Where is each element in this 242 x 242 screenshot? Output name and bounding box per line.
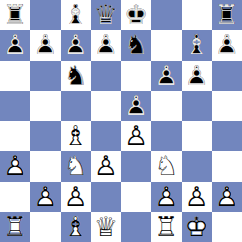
square-e2[interactable]	[121, 182, 151, 212]
square-g8[interactable]	[182, 0, 212, 30]
black-pawn-outline: ♙	[215, 30, 239, 60]
square-d5[interactable]	[91, 91, 121, 121]
piece-black-rook[interactable]: ♜♖	[0, 0, 30, 30]
white-pawn-outline: ♙	[33, 182, 57, 212]
piece-white-pawn[interactable]: ♟♙	[212, 182, 242, 212]
black-rook-outline: ♖	[3, 0, 27, 30]
square-a3[interactable]: ♟♙	[0, 151, 30, 181]
square-b5[interactable]	[30, 91, 60, 121]
square-a8[interactable]: ♜♖	[0, 0, 30, 30]
square-a1[interactable]: ♜♖	[0, 212, 30, 242]
square-h4[interactable]	[212, 121, 242, 151]
square-f3[interactable]: ♞♘	[151, 151, 181, 181]
piece-white-knight[interactable]: ♞♘	[61, 151, 91, 181]
piece-white-bishop[interactable]: ♝♗	[61, 212, 91, 242]
black-knight-outline: ♘	[64, 61, 88, 91]
white-knight-outline: ♘	[64, 151, 88, 181]
square-f7[interactable]	[151, 30, 181, 60]
square-d4[interactable]	[91, 121, 121, 151]
black-pawn-outline: ♙	[64, 30, 88, 60]
piece-black-pawn[interactable]: ♟♙	[30, 30, 60, 60]
square-c4[interactable]: ♝♗	[61, 121, 91, 151]
piece-black-rook[interactable]: ♜♖	[212, 0, 242, 30]
white-pawn-outline: ♙	[154, 182, 178, 212]
square-f1[interactable]: ♜♖	[151, 212, 181, 242]
piece-white-bishop[interactable]: ♝♗	[61, 121, 91, 151]
white-pawn-outline: ♙	[94, 151, 118, 181]
square-g2[interactable]: ♟♙	[182, 182, 212, 212]
black-pawn-outline: ♙	[185, 61, 209, 91]
piece-black-bishop[interactable]: ♝♗	[182, 30, 212, 60]
piece-black-pawn[interactable]: ♟♙	[151, 61, 181, 91]
piece-black-king[interactable]: ♚♔	[121, 0, 151, 30]
black-pawn-outline: ♙	[94, 30, 118, 60]
piece-white-queen[interactable]: ♛♕	[91, 212, 121, 242]
square-a4[interactable]	[0, 121, 30, 151]
white-pawn-outline: ♙	[185, 182, 209, 212]
square-h5[interactable]	[212, 91, 242, 121]
black-bishop-outline: ♗	[185, 30, 209, 60]
white-queen-outline: ♕	[94, 212, 118, 242]
white-bishop-outline: ♗	[64, 121, 88, 151]
square-d8[interactable]: ♛♕	[91, 0, 121, 30]
square-g4[interactable]	[182, 121, 212, 151]
piece-black-queen[interactable]: ♛♕	[91, 0, 121, 30]
chess-board: ♜♖♝♗♛♕♚♔♜♖♟♙♟♙♟♙♟♙♞♘♝♗♟♙♞♘♟♙♟♙♟♙♝♗♟♙♟♙♞♘…	[0, 0, 242, 242]
white-rook-outline: ♖	[3, 212, 27, 242]
square-e4[interactable]: ♟♙	[121, 121, 151, 151]
square-d7[interactable]: ♟♙	[91, 30, 121, 60]
square-e6[interactable]	[121, 61, 151, 91]
square-g7[interactable]: ♝♗	[182, 30, 212, 60]
piece-black-pawn[interactable]: ♟♙	[91, 30, 121, 60]
square-g5[interactable]	[182, 91, 212, 121]
white-pawn-outline: ♙	[215, 182, 239, 212]
white-pawn-outline: ♙	[3, 151, 27, 181]
piece-white-pawn[interactable]: ♟♙	[30, 182, 60, 212]
square-e1[interactable]	[121, 212, 151, 242]
square-e5[interactable]: ♟♙	[121, 91, 151, 121]
square-d2[interactable]	[91, 182, 121, 212]
square-h8[interactable]: ♜♖	[212, 0, 242, 30]
square-h7[interactable]: ♟♙	[212, 30, 242, 60]
white-bishop-outline: ♗	[64, 212, 88, 242]
piece-white-king[interactable]: ♚♔	[182, 212, 212, 242]
square-h2[interactable]: ♟♙	[212, 182, 242, 212]
black-bishop-outline: ♗	[64, 0, 88, 30]
square-c7[interactable]: ♟♙	[61, 30, 91, 60]
white-knight-outline: ♘	[154, 151, 178, 181]
piece-white-rook[interactable]: ♜♖	[0, 212, 30, 242]
square-a6[interactable]	[0, 61, 30, 91]
square-d1[interactable]: ♛♕	[91, 212, 121, 242]
black-rook-outline: ♖	[215, 0, 239, 30]
square-c1[interactable]: ♝♗	[61, 212, 91, 242]
square-f2[interactable]: ♟♙	[151, 182, 181, 212]
piece-white-pawn[interactable]: ♟♙	[182, 182, 212, 212]
square-b8[interactable]	[30, 0, 60, 30]
black-pawn-outline: ♙	[154, 61, 178, 91]
square-h6[interactable]	[212, 61, 242, 91]
square-h3[interactable]	[212, 151, 242, 181]
black-pawn-outline: ♙	[3, 30, 27, 60]
square-a2[interactable]	[0, 182, 30, 212]
square-b4[interactable]	[30, 121, 60, 151]
square-f6[interactable]: ♟♙	[151, 61, 181, 91]
white-pawn-outline: ♙	[124, 121, 148, 151]
piece-black-pawn[interactable]: ♟♙	[182, 61, 212, 91]
black-king-outline: ♔	[124, 0, 148, 30]
piece-white-pawn[interactable]: ♟♙	[121, 121, 151, 151]
square-b3[interactable]	[30, 151, 60, 181]
piece-white-knight[interactable]: ♞♘	[151, 151, 181, 181]
piece-black-pawn[interactable]: ♟♙	[121, 91, 151, 121]
piece-white-pawn[interactable]: ♟♙	[91, 151, 121, 181]
square-g6[interactable]: ♟♙	[182, 61, 212, 91]
square-d6[interactable]	[91, 61, 121, 91]
black-queen-outline: ♕	[94, 0, 118, 30]
black-pawn-outline: ♙	[33, 30, 57, 60]
square-f5[interactable]	[151, 91, 181, 121]
square-g3[interactable]	[182, 151, 212, 181]
square-e3[interactable]	[121, 151, 151, 181]
black-pawn-outline: ♙	[124, 91, 148, 121]
piece-black-pawn[interactable]: ♟♙	[0, 30, 30, 60]
square-d3[interactable]: ♟♙	[91, 151, 121, 181]
piece-white-pawn[interactable]: ♟♙	[61, 182, 91, 212]
square-c2[interactable]: ♟♙	[61, 182, 91, 212]
black-knight-outline: ♘	[124, 30, 148, 60]
piece-black-knight[interactable]: ♞♘	[121, 30, 151, 60]
square-b1[interactable]	[30, 212, 60, 242]
square-c6[interactable]: ♞♘	[61, 61, 91, 91]
piece-white-pawn[interactable]: ♟♙	[151, 182, 181, 212]
square-h1[interactable]	[212, 212, 242, 242]
white-king-outline: ♔	[185, 212, 209, 242]
square-e8[interactable]: ♚♔	[121, 0, 151, 30]
piece-black-pawn[interactable]: ♟♙	[212, 30, 242, 60]
piece-black-pawn[interactable]: ♟♙	[61, 30, 91, 60]
square-c5[interactable]	[61, 91, 91, 121]
square-b2[interactable]: ♟♙	[30, 182, 60, 212]
square-b6[interactable]	[30, 61, 60, 91]
piece-black-bishop[interactable]: ♝♗	[61, 0, 91, 30]
square-f8[interactable]	[151, 0, 181, 30]
square-a5[interactable]	[0, 91, 30, 121]
square-e7[interactable]: ♞♘	[121, 30, 151, 60]
piece-white-rook[interactable]: ♜♖	[151, 212, 181, 242]
square-f4[interactable]	[151, 121, 181, 151]
square-c8[interactable]: ♝♗	[61, 0, 91, 30]
square-c3[interactable]: ♞♘	[61, 151, 91, 181]
white-rook-outline: ♖	[154, 212, 178, 242]
square-b7[interactable]: ♟♙	[30, 30, 60, 60]
square-g1[interactable]: ♚♔	[182, 212, 212, 242]
square-a7[interactable]: ♟♙	[0, 30, 30, 60]
piece-black-knight[interactable]: ♞♘	[61, 61, 91, 91]
piece-white-pawn[interactable]: ♟♙	[0, 151, 30, 181]
white-pawn-outline: ♙	[64, 182, 88, 212]
